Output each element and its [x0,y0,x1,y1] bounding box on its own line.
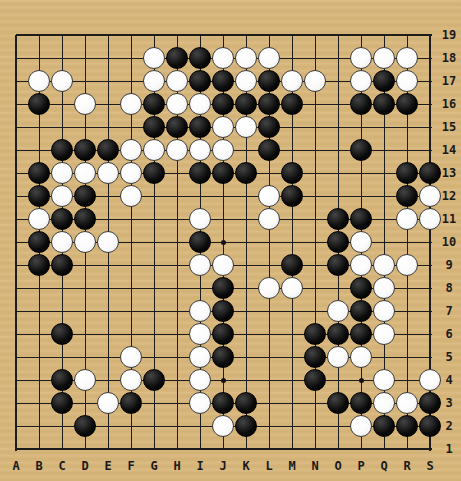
column-label-B: B [29,459,49,473]
stone-black-C9[interactable] [51,254,73,276]
stone-black-J5[interactable] [212,346,234,368]
row-label-1: 1 [436,442,461,456]
stone-black-G4[interactable] [143,369,165,391]
stone-black-O9[interactable] [327,254,349,276]
stone-black-D14[interactable] [74,139,96,161]
stone-white-P9[interactable] [350,254,372,276]
column-label-K: K [236,459,256,473]
stone-black-H18[interactable] [166,47,188,69]
row-label-16: 16 [436,97,461,111]
stone-black-J13[interactable] [212,162,234,184]
stone-white-J18[interactable] [212,47,234,69]
stone-white-O7[interactable] [327,300,349,322]
stone-white-C12[interactable] [51,185,73,207]
stone-white-K15[interactable] [235,116,257,138]
stone-black-N4[interactable] [304,369,326,391]
stone-black-M16[interactable] [281,93,303,115]
column-label-G: G [144,459,164,473]
stone-white-L18[interactable] [258,47,280,69]
column-label-R: R [397,459,417,473]
stone-black-G16[interactable] [143,93,165,115]
stone-white-R17[interactable] [396,70,418,92]
stone-black-O10[interactable] [327,231,349,253]
star-point [221,240,226,245]
stone-white-I6[interactable] [189,323,211,345]
stone-white-I3[interactable] [189,392,211,414]
stone-white-Q7[interactable] [373,300,395,322]
stone-black-I17[interactable] [189,70,211,92]
stone-black-R12[interactable] [396,185,418,207]
stone-white-Q4[interactable] [373,369,395,391]
stone-white-M17[interactable] [281,70,303,92]
stone-black-C6[interactable] [51,323,73,345]
stone-white-G14[interactable] [143,139,165,161]
stone-black-B13[interactable] [28,162,50,184]
stone-black-R2[interactable] [396,415,418,437]
stone-black-C4[interactable] [51,369,73,391]
stone-white-L11[interactable] [258,208,280,230]
stone-black-L14[interactable] [258,139,280,161]
row-label-6: 6 [436,327,461,341]
stone-black-I13[interactable] [189,162,211,184]
row-label-2: 2 [436,419,461,433]
row-label-17: 17 [436,74,461,88]
column-label-P: P [351,459,371,473]
stone-white-P17[interactable] [350,70,372,92]
stone-black-L15[interactable] [258,116,280,138]
stone-white-K18[interactable] [235,47,257,69]
stone-white-F4[interactable] [120,369,142,391]
stone-black-Q17[interactable] [373,70,395,92]
stone-white-B17[interactable] [28,70,50,92]
stone-black-J6[interactable] [212,323,234,345]
row-label-4: 4 [436,373,461,387]
column-label-Q: Q [374,459,394,473]
stone-white-I5[interactable] [189,346,211,368]
column-label-C: C [52,459,72,473]
stone-white-C13[interactable] [51,162,73,184]
stone-white-I4[interactable] [189,369,211,391]
stone-white-P10[interactable] [350,231,372,253]
stone-white-F13[interactable] [120,162,142,184]
stone-white-J9[interactable] [212,254,234,276]
stone-black-I10[interactable] [189,231,211,253]
row-label-15: 15 [436,120,461,134]
column-label-J: J [213,459,233,473]
column-label-D: D [75,459,95,473]
stone-black-Q2[interactable] [373,415,395,437]
stone-white-Q9[interactable] [373,254,395,276]
row-label-11: 11 [436,212,461,226]
stone-black-M12[interactable] [281,185,303,207]
stone-black-D12[interactable] [74,185,96,207]
row-label-19: 19 [436,28,461,42]
stone-black-G13[interactable] [143,162,165,184]
stone-black-B9[interactable] [28,254,50,276]
stone-black-J8[interactable] [212,277,234,299]
stone-black-J16[interactable] [212,93,234,115]
stone-black-R13[interactable] [396,162,418,184]
row-label-7: 7 [436,304,461,318]
stone-white-P2[interactable] [350,415,372,437]
row-label-13: 13 [436,166,461,180]
stone-black-B12[interactable] [28,185,50,207]
stone-white-J15[interactable] [212,116,234,138]
stone-white-Q6[interactable] [373,323,395,345]
stone-white-Q18[interactable] [373,47,395,69]
column-label-I: I [190,459,210,473]
stone-black-B10[interactable] [28,231,50,253]
stone-black-P11[interactable] [350,208,372,230]
stone-black-B16[interactable] [28,93,50,115]
column-label-S: S [420,459,440,473]
stone-black-G15[interactable] [143,116,165,138]
stone-black-J3[interactable] [212,392,234,414]
stone-white-Q8[interactable] [373,277,395,299]
stone-white-J14[interactable] [212,139,234,161]
stone-white-I7[interactable] [189,300,211,322]
stone-white-P18[interactable] [350,47,372,69]
stone-black-O3[interactable] [327,392,349,414]
stone-black-K3[interactable] [235,392,257,414]
stone-white-F16[interactable] [120,93,142,115]
stone-white-R11[interactable] [396,208,418,230]
stone-white-M8[interactable] [281,277,303,299]
stone-black-K2[interactable] [235,415,257,437]
column-label-A: A [6,459,26,473]
row-label-18: 18 [436,51,461,65]
column-label-F: F [121,459,141,473]
stone-black-I15[interactable] [189,116,211,138]
stone-white-R9[interactable] [396,254,418,276]
row-label-8: 8 [436,281,461,295]
stone-black-J17[interactable] [212,70,234,92]
stone-black-P16[interactable] [350,93,372,115]
star-point [359,378,364,383]
stone-white-L8[interactable] [258,277,280,299]
stone-white-B11[interactable] [28,208,50,230]
stone-white-D10[interactable] [74,231,96,253]
stone-black-D2[interactable] [74,415,96,437]
stone-black-H15[interactable] [166,116,188,138]
stone-black-K16[interactable] [235,93,257,115]
stone-black-C14[interactable] [51,139,73,161]
stone-white-H17[interactable] [166,70,188,92]
stone-white-G17[interactable] [143,70,165,92]
stone-black-D11[interactable] [74,208,96,230]
stone-white-E10[interactable] [97,231,119,253]
stone-black-Q16[interactable] [373,93,395,115]
stone-black-J7[interactable] [212,300,234,322]
stone-black-C11[interactable] [51,208,73,230]
stone-white-F14[interactable] [120,139,142,161]
stone-white-F5[interactable] [120,346,142,368]
grid-line-vertical [15,35,17,451]
stone-black-C3[interactable] [51,392,73,414]
stone-white-K17[interactable] [235,70,257,92]
column-label-O: O [328,459,348,473]
stone-white-H14[interactable] [166,139,188,161]
grid-line-horizontal [16,34,432,36]
row-label-5: 5 [436,350,461,364]
stone-white-H16[interactable] [166,93,188,115]
stone-white-J2[interactable] [212,415,234,437]
row-label-14: 14 [436,143,461,157]
stone-white-E13[interactable] [97,162,119,184]
stone-black-F3[interactable] [120,392,142,414]
row-label-3: 3 [436,396,461,410]
go-board-screenshot: ABCDEFGHIJKLMNOPQRS 19181716151413121110… [0,0,461,481]
stone-black-P8[interactable] [350,277,372,299]
stone-black-P6[interactable] [350,323,372,345]
stone-white-I16[interactable] [189,93,211,115]
stone-white-N17[interactable] [304,70,326,92]
stone-white-C17[interactable] [51,70,73,92]
column-label-H: H [167,459,187,473]
grid-line-horizontal [16,448,432,450]
go-board[interactable] [0,0,461,481]
stone-white-O5[interactable] [327,346,349,368]
stone-black-P7[interactable] [350,300,372,322]
stone-white-C10[interactable] [51,231,73,253]
stone-white-E3[interactable] [97,392,119,414]
stone-black-O6[interactable] [327,323,349,345]
stone-white-G18[interactable] [143,47,165,69]
stone-black-E14[interactable] [97,139,119,161]
stone-white-I11[interactable] [189,208,211,230]
stone-black-L16[interactable] [258,93,280,115]
stone-black-N6[interactable] [304,323,326,345]
stone-white-L12[interactable] [258,185,280,207]
stone-black-P3[interactable] [350,392,372,414]
star-point [221,378,226,383]
stone-black-O11[interactable] [327,208,349,230]
stone-black-P14[interactable] [350,139,372,161]
stone-white-I14[interactable] [189,139,211,161]
stone-white-R3[interactable] [396,392,418,414]
row-label-12: 12 [436,189,461,203]
stone-black-R16[interactable] [396,93,418,115]
column-label-M: M [282,459,302,473]
row-label-9: 9 [436,258,461,272]
column-label-N: N [305,459,325,473]
stone-white-D13[interactable] [74,162,96,184]
stone-black-M9[interactable] [281,254,303,276]
stone-white-D16[interactable] [74,93,96,115]
stone-white-F12[interactable] [120,185,142,207]
stone-black-L17[interactable] [258,70,280,92]
column-label-E: E [98,459,118,473]
stone-white-P5[interactable] [350,346,372,368]
stone-white-D4[interactable] [74,369,96,391]
stone-white-Q3[interactable] [373,392,395,414]
row-label-10: 10 [436,235,461,249]
stone-white-I9[interactable] [189,254,211,276]
stone-black-M13[interactable] [281,162,303,184]
stone-white-R18[interactable] [396,47,418,69]
stone-black-I18[interactable] [189,47,211,69]
column-label-L: L [259,459,279,473]
stone-black-K13[interactable] [235,162,257,184]
stone-black-N5[interactable] [304,346,326,368]
